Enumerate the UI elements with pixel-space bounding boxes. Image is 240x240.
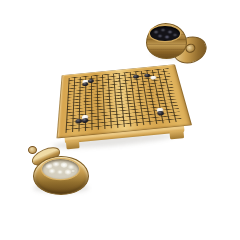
board-leg-right [169, 130, 184, 139]
board-surface [56, 64, 192, 138]
white-stones-in-bowl [42, 159, 79, 179]
white-stone [151, 76, 157, 80]
black-stone [88, 79, 93, 83]
board-perspective-wrapper [56, 64, 192, 138]
black-stone [157, 111, 164, 116]
black-stone-bowl-group [145, 21, 205, 65]
stones-layer [62, 67, 186, 135]
black-stone [144, 73, 150, 77]
black-stone [83, 82, 88, 86]
go-set-photo [0, 0, 240, 240]
black-stone [82, 118, 88, 123]
black-stone [133, 75, 139, 79]
black-stone [76, 118, 82, 123]
black-stones-in-bowl [150, 26, 180, 42]
board-grid [62, 67, 186, 135]
white-bowl-lid-knob-icon [28, 146, 37, 154]
white-stone-bowl-group [27, 144, 93, 198]
